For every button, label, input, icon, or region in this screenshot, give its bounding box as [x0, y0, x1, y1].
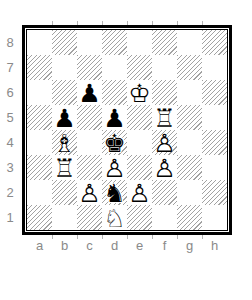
- file-label-c: c: [77, 238, 102, 254]
- square-e5[interactable]: [127, 105, 152, 130]
- square-e8[interactable]: [127, 30, 152, 55]
- square-a5[interactable]: [27, 105, 52, 130]
- white-pawn-icon: ♟♙: [127, 180, 152, 205]
- rank-label-3: 3: [2, 155, 18, 180]
- tick-bottom: [177, 235, 178, 239]
- white-pawn-icon: ♟♙: [152, 155, 177, 180]
- file-label-d: d: [102, 238, 127, 254]
- tick-bottom: [52, 235, 53, 239]
- square-f6[interactable]: [152, 80, 177, 105]
- square-g6[interactable]: [177, 80, 202, 105]
- square-h5[interactable]: [202, 105, 227, 130]
- black-king-icon: ♚: [102, 130, 127, 155]
- square-b4[interactable]: ♝♗: [52, 130, 77, 155]
- square-d3[interactable]: ♟♙: [102, 155, 127, 180]
- square-c7[interactable]: [77, 55, 102, 80]
- square-g1[interactable]: [177, 205, 202, 230]
- square-b7[interactable]: [52, 55, 77, 80]
- square-b8[interactable]: [52, 30, 77, 55]
- black-knight-icon: ♞: [102, 180, 127, 205]
- file-labels: abcdefgh: [27, 238, 227, 254]
- square-h2[interactable]: [202, 180, 227, 205]
- square-e3[interactable]: [127, 155, 152, 180]
- square-g3[interactable]: [177, 155, 202, 180]
- square-a6[interactable]: [27, 80, 52, 105]
- tick-top: [52, 21, 53, 25]
- square-e1[interactable]: [127, 205, 152, 230]
- file-label-a: a: [27, 238, 52, 254]
- square-d4[interactable]: ♚: [102, 130, 127, 155]
- square-e2[interactable]: ♟♙: [127, 180, 152, 205]
- black-pawn-icon: ♟: [77, 80, 102, 105]
- square-f3[interactable]: ♟♙: [152, 155, 177, 180]
- square-f5[interactable]: ♜♖: [152, 105, 177, 130]
- square-a3[interactable]: [27, 155, 52, 180]
- square-g5[interactable]: [177, 105, 202, 130]
- rank-label-2: 2: [2, 180, 18, 205]
- rank-label-8: 8: [2, 30, 18, 55]
- square-b1[interactable]: [52, 205, 77, 230]
- file-label-g: g: [177, 238, 202, 254]
- tick-bottom: [152, 235, 153, 239]
- square-c5[interactable]: [77, 105, 102, 130]
- square-c8[interactable]: [77, 30, 102, 55]
- square-g2[interactable]: [177, 180, 202, 205]
- square-f8[interactable]: [152, 30, 177, 55]
- rank-label-7: 7: [2, 55, 18, 80]
- file-label-h: h: [202, 238, 227, 254]
- rank-labels: 87654321: [2, 30, 18, 230]
- rank-label-5: 5: [2, 105, 18, 130]
- white-pawn-icon: ♟♙: [152, 130, 177, 155]
- white-knight-icon: ♞♘: [102, 205, 127, 230]
- tick-top: [177, 21, 178, 25]
- tick-top: [77, 21, 78, 25]
- board-border: ♟♚♔♟♟♜♖♝♗♚♟♙♜♖♟♙♟♙♟♙♞♟♙♞♘: [22, 25, 232, 235]
- file-label-b: b: [52, 238, 77, 254]
- tick-bottom: [102, 235, 103, 239]
- square-a1[interactable]: [27, 205, 52, 230]
- square-d8[interactable]: [102, 30, 127, 55]
- square-c6[interactable]: ♟: [77, 80, 102, 105]
- square-a8[interactable]: [27, 30, 52, 55]
- square-d2[interactable]: ♞: [102, 180, 127, 205]
- square-d6[interactable]: [102, 80, 127, 105]
- tick-top: [152, 21, 153, 25]
- square-d7[interactable]: [102, 55, 127, 80]
- square-e7[interactable]: [127, 55, 152, 80]
- white-rook-icon: ♜♖: [152, 105, 177, 130]
- square-g8[interactable]: [177, 30, 202, 55]
- square-h6[interactable]: [202, 80, 227, 105]
- square-c3[interactable]: [77, 155, 102, 180]
- square-e4[interactable]: [127, 130, 152, 155]
- square-b3[interactable]: ♜♖: [52, 155, 77, 180]
- square-h7[interactable]: [202, 55, 227, 80]
- square-a4[interactable]: [27, 130, 52, 155]
- tick-top: [202, 21, 203, 25]
- rank-label-4: 4: [2, 130, 18, 155]
- square-a7[interactable]: [27, 55, 52, 80]
- tick-bottom: [77, 235, 78, 239]
- file-label-e: e: [127, 238, 152, 254]
- square-b2[interactable]: [52, 180, 77, 205]
- white-pawn-icon: ♟♙: [102, 155, 127, 180]
- tick-top: [127, 21, 128, 25]
- board: ♟♚♔♟♟♜♖♝♗♚♟♙♜♖♟♙♟♙♟♙♞♟♙♞♘: [26, 29, 228, 231]
- square-c1[interactable]: [77, 205, 102, 230]
- chess-diagram: 87654321 ♟♚♔♟♟♜♖♝♗♚♟♙♜♖♟♙♟♙♟♙♞♟♙♞♘ abcde…: [0, 0, 252, 300]
- square-a2[interactable]: [27, 180, 52, 205]
- square-f7[interactable]: [152, 55, 177, 80]
- square-d1[interactable]: ♞♘: [102, 205, 127, 230]
- square-f2[interactable]: [152, 180, 177, 205]
- square-h3[interactable]: [202, 155, 227, 180]
- square-f1[interactable]: [152, 205, 177, 230]
- square-f4[interactable]: ♟♙: [152, 130, 177, 155]
- square-b5[interactable]: ♟: [52, 105, 77, 130]
- tick-bottom: [202, 235, 203, 239]
- square-c2[interactable]: ♟♙: [77, 180, 102, 205]
- rank-label-1: 1: [2, 205, 18, 230]
- square-e6[interactable]: ♚♔: [127, 80, 152, 105]
- white-bishop-icon: ♝♗: [52, 130, 77, 155]
- black-pawn-icon: ♟: [52, 105, 77, 130]
- square-g4[interactable]: [177, 130, 202, 155]
- rank-label-6: 6: [2, 80, 18, 105]
- square-h4[interactable]: [202, 130, 227, 155]
- square-d5[interactable]: ♟: [102, 105, 127, 130]
- square-c4[interactable]: [77, 130, 102, 155]
- tick-top: [102, 21, 103, 25]
- square-b6[interactable]: [52, 80, 77, 105]
- white-rook-icon: ♜♖: [52, 155, 77, 180]
- white-pawn-icon: ♟♙: [77, 180, 102, 205]
- file-label-f: f: [152, 238, 177, 254]
- square-h1[interactable]: [202, 205, 227, 230]
- square-g7[interactable]: [177, 55, 202, 80]
- square-h8[interactable]: [202, 30, 227, 55]
- white-king-icon: ♚♔: [127, 80, 152, 105]
- black-pawn-icon: ♟: [102, 105, 127, 130]
- tick-bottom: [127, 235, 128, 239]
